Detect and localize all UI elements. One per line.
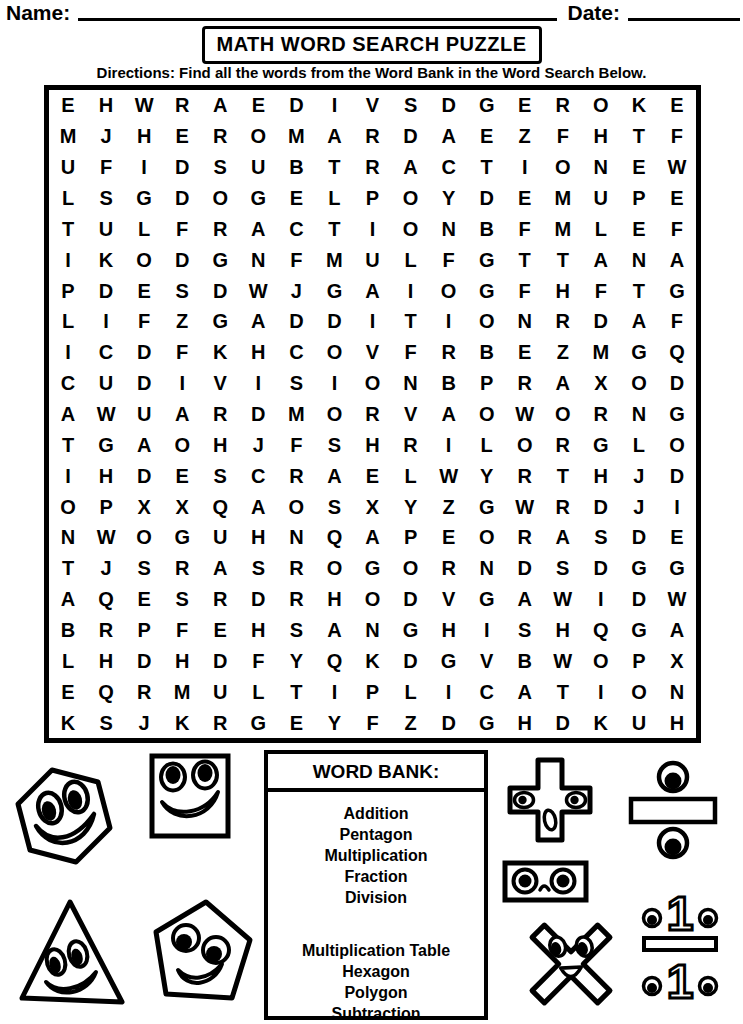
grid-cell-r3c1[interactable]: U bbox=[49, 152, 87, 183]
grid-cell-r1c4[interactable]: R bbox=[163, 90, 201, 121]
grid-cell-r1c13[interactable]: E bbox=[506, 90, 544, 121]
grid-cell-r16c13[interactable]: D bbox=[506, 553, 544, 584]
grid-cell-r12c7[interactable]: F bbox=[277, 429, 315, 460]
grid-cell-r9c1[interactable]: I bbox=[49, 337, 87, 368]
grid-cell-r7c13[interactable]: F bbox=[506, 275, 544, 306]
grid-cell-r15c17[interactable]: E bbox=[658, 522, 696, 553]
grid-cell-r11c17[interactable]: G bbox=[658, 399, 696, 430]
grid-cell-r3c7[interactable]: B bbox=[277, 152, 315, 183]
grid-cell-r18c3[interactable]: P bbox=[125, 615, 163, 646]
grid-cell-r20c7[interactable]: T bbox=[277, 676, 315, 707]
grid-cell-r11c15[interactable]: R bbox=[582, 399, 620, 430]
grid-cell-r6c15[interactable]: A bbox=[582, 244, 620, 275]
grid-cell-r21c13[interactable]: H bbox=[506, 707, 544, 738]
grid-cell-r9c9[interactable]: V bbox=[353, 337, 391, 368]
grid-cell-r11c4[interactable]: A bbox=[163, 399, 201, 430]
grid-cell-r1c14[interactable]: R bbox=[544, 90, 582, 121]
grid-cell-r19c9[interactable]: K bbox=[353, 645, 391, 676]
grid-cell-r17c1[interactable]: A bbox=[49, 584, 87, 615]
grid-cell-r17c6[interactable]: D bbox=[239, 584, 277, 615]
grid-cell-r10c14[interactable]: A bbox=[544, 368, 582, 399]
grid-cell-r2c9[interactable]: R bbox=[353, 121, 391, 152]
grid-cell-r19c8[interactable]: Q bbox=[315, 645, 353, 676]
grid-cell-r11c13[interactable]: W bbox=[506, 399, 544, 430]
grid-cell-r13c2[interactable]: H bbox=[87, 460, 125, 491]
grid-cell-r2c4[interactable]: E bbox=[163, 121, 201, 152]
grid-cell-r1c8[interactable]: I bbox=[315, 90, 353, 121]
grid-cell-r14c2[interactable]: P bbox=[87, 491, 125, 522]
grid-cell-r7c5[interactable]: D bbox=[201, 275, 239, 306]
grid-cell-r5c16[interactable]: E bbox=[620, 213, 658, 244]
grid-cell-r7c15[interactable]: F bbox=[582, 275, 620, 306]
grid-cell-r11c1[interactable]: A bbox=[49, 399, 87, 430]
grid-cell-r4c10[interactable]: O bbox=[392, 183, 430, 214]
grid-cell-r6c17[interactable]: A bbox=[658, 244, 696, 275]
grid-cell-r9c8[interactable]: O bbox=[315, 337, 353, 368]
grid-cell-r19c4[interactable]: H bbox=[163, 645, 201, 676]
grid-cell-r11c2[interactable]: W bbox=[87, 399, 125, 430]
grid-cell-r16c16[interactable]: G bbox=[620, 553, 658, 584]
grid-cell-r8c15[interactable]: D bbox=[582, 306, 620, 337]
grid-cell-r6c9[interactable]: U bbox=[353, 244, 391, 275]
grid-cell-r4c13[interactable]: E bbox=[506, 183, 544, 214]
grid-cell-r18c16[interactable]: G bbox=[620, 615, 658, 646]
grid-cell-r15c13[interactable]: R bbox=[506, 522, 544, 553]
grid-cell-r13c5[interactable]: S bbox=[201, 460, 239, 491]
grid-cell-r21c1[interactable]: K bbox=[49, 707, 87, 738]
grid-cell-r18c1[interactable]: B bbox=[49, 615, 87, 646]
grid-cell-r9c3[interactable]: D bbox=[125, 337, 163, 368]
grid-cell-r2c17[interactable]: F bbox=[658, 121, 696, 152]
grid-cell-r14c14[interactable]: R bbox=[544, 491, 582, 522]
grid-cell-r14c9[interactable]: X bbox=[353, 491, 391, 522]
grid-cell-r13c11[interactable]: W bbox=[430, 460, 468, 491]
grid-cell-r12c1[interactable]: T bbox=[49, 429, 87, 460]
grid-cell-r18c7[interactable]: S bbox=[277, 615, 315, 646]
grid-cell-r17c16[interactable]: D bbox=[620, 584, 658, 615]
grid-cell-r4c17[interactable]: E bbox=[658, 183, 696, 214]
grid-cell-r1c2[interactable]: H bbox=[87, 90, 125, 121]
grid-cell-r5c13[interactable]: F bbox=[506, 213, 544, 244]
grid-cell-r17c5[interactable]: R bbox=[201, 584, 239, 615]
grid-cell-r21c14[interactable]: D bbox=[544, 707, 582, 738]
grid-cell-r9c14[interactable]: Z bbox=[544, 337, 582, 368]
grid-cell-r20c13[interactable]: A bbox=[506, 676, 544, 707]
grid-cell-r8c8[interactable]: D bbox=[315, 306, 353, 337]
grid-cell-r14c5[interactable]: Q bbox=[201, 491, 239, 522]
grid-cell-r13c4[interactable]: E bbox=[163, 460, 201, 491]
grid-cell-r9c2[interactable]: C bbox=[87, 337, 125, 368]
grid-cell-r21c11[interactable]: D bbox=[430, 707, 468, 738]
grid-cell-r10c4[interactable]: I bbox=[163, 368, 201, 399]
grid-cell-r3c10[interactable]: A bbox=[392, 152, 430, 183]
grid-cell-r5c12[interactable]: B bbox=[468, 213, 506, 244]
grid-cell-r15c16[interactable]: D bbox=[620, 522, 658, 553]
grid-cell-r13c7[interactable]: R bbox=[277, 460, 315, 491]
grid-cell-r16c4[interactable]: R bbox=[163, 553, 201, 584]
grid-cell-r6c14[interactable]: T bbox=[544, 244, 582, 275]
grid-cell-r20c2[interactable]: Q bbox=[87, 676, 125, 707]
grid-cell-r9c17[interactable]: Q bbox=[658, 337, 696, 368]
grid-cell-r2c13[interactable]: Z bbox=[506, 121, 544, 152]
grid-cell-r20c16[interactable]: O bbox=[620, 676, 658, 707]
grid-cell-r4c11[interactable]: Y bbox=[430, 183, 468, 214]
grid-cell-r19c10[interactable]: D bbox=[392, 645, 430, 676]
grid-cell-r13c15[interactable]: H bbox=[582, 460, 620, 491]
grid-cell-r19c13[interactable]: B bbox=[506, 645, 544, 676]
grid-cell-r21c10[interactable]: Z bbox=[392, 707, 430, 738]
grid-cell-r7c6[interactable]: W bbox=[239, 275, 277, 306]
grid-cell-r11c8[interactable]: O bbox=[315, 399, 353, 430]
grid-cell-r5c9[interactable]: I bbox=[353, 213, 391, 244]
grid-cell-r20c10[interactable]: L bbox=[392, 676, 430, 707]
grid-cell-r5c1[interactable]: T bbox=[49, 213, 87, 244]
grid-cell-r19c7[interactable]: Y bbox=[277, 645, 315, 676]
grid-cell-r15c1[interactable]: N bbox=[49, 522, 87, 553]
grid-cell-r15c6[interactable]: H bbox=[239, 522, 277, 553]
grid-cell-r18c13[interactable]: S bbox=[506, 615, 544, 646]
grid-cell-r4c12[interactable]: D bbox=[468, 183, 506, 214]
grid-cell-r15c12[interactable]: O bbox=[468, 522, 506, 553]
grid-cell-r16c7[interactable]: R bbox=[277, 553, 315, 584]
grid-cell-r1c1[interactable]: E bbox=[49, 90, 87, 121]
grid-cell-r17c12[interactable]: G bbox=[468, 584, 506, 615]
grid-cell-r5c8[interactable]: T bbox=[315, 213, 353, 244]
grid-cell-r5c2[interactable]: U bbox=[87, 213, 125, 244]
grid-cell-r18c4[interactable]: F bbox=[163, 615, 201, 646]
grid-cell-r8c5[interactable]: G bbox=[201, 306, 239, 337]
grid-cell-r4c9[interactable]: P bbox=[353, 183, 391, 214]
grid-cell-r20c12[interactable]: C bbox=[468, 676, 506, 707]
grid-cell-r17c11[interactable]: V bbox=[430, 584, 468, 615]
grid-cell-r10c3[interactable]: D bbox=[125, 368, 163, 399]
grid-cell-r19c2[interactable]: H bbox=[87, 645, 125, 676]
grid-cell-r1c3[interactable]: W bbox=[125, 90, 163, 121]
grid-cell-r13c10[interactable]: L bbox=[392, 460, 430, 491]
grid-cell-r12c4[interactable]: O bbox=[163, 429, 201, 460]
grid-cell-r12c11[interactable]: I bbox=[430, 429, 468, 460]
grid-cell-r3c2[interactable]: F bbox=[87, 152, 125, 183]
grid-cell-r8c3[interactable]: F bbox=[125, 306, 163, 337]
grid-cell-r19c1[interactable]: L bbox=[49, 645, 87, 676]
grid-cell-r4c16[interactable]: P bbox=[620, 183, 658, 214]
grid-cell-r14c10[interactable]: Y bbox=[392, 491, 430, 522]
grid-cell-r5c5[interactable]: R bbox=[201, 213, 239, 244]
grid-cell-r7c17[interactable]: G bbox=[658, 275, 696, 306]
grid-cell-r5c3[interactable]: L bbox=[125, 213, 163, 244]
grid-cell-r1c7[interactable]: D bbox=[277, 90, 315, 121]
grid-cell-r2c2[interactable]: J bbox=[87, 121, 125, 152]
grid-cell-r5c14[interactable]: M bbox=[544, 213, 582, 244]
grid-cell-r8c17[interactable]: F bbox=[658, 306, 696, 337]
grid-cell-r12c15[interactable]: G bbox=[582, 429, 620, 460]
grid-cell-r8c7[interactable]: D bbox=[277, 306, 315, 337]
grid-cell-r16c9[interactable]: G bbox=[353, 553, 391, 584]
grid-cell-r18c5[interactable]: E bbox=[201, 615, 239, 646]
grid-cell-r14c11[interactable]: Z bbox=[430, 491, 468, 522]
grid-cell-r2c16[interactable]: T bbox=[620, 121, 658, 152]
grid-cell-r15c10[interactable]: P bbox=[392, 522, 430, 553]
grid-cell-r4c1[interactable]: L bbox=[49, 183, 87, 214]
grid-cell-r20c15[interactable]: I bbox=[582, 676, 620, 707]
grid-cell-r12c3[interactable]: A bbox=[125, 429, 163, 460]
grid-cell-r14c17[interactable]: I bbox=[658, 491, 696, 522]
grid-cell-r18c15[interactable]: Q bbox=[582, 615, 620, 646]
grid-cell-r11c14[interactable]: O bbox=[544, 399, 582, 430]
grid-cell-r21c7[interactable]: E bbox=[277, 707, 315, 738]
grid-cell-r14c8[interactable]: S bbox=[315, 491, 353, 522]
grid-cell-r10c1[interactable]: C bbox=[49, 368, 87, 399]
grid-cell-r18c6[interactable]: H bbox=[239, 615, 277, 646]
grid-cell-r17c17[interactable]: W bbox=[658, 584, 696, 615]
grid-cell-r2c15[interactable]: H bbox=[582, 121, 620, 152]
grid-cell-r19c5[interactable]: D bbox=[201, 645, 239, 676]
grid-cell-r20c6[interactable]: L bbox=[239, 676, 277, 707]
grid-cell-r21c17[interactable]: H bbox=[658, 707, 696, 738]
grid-cell-r15c4[interactable]: G bbox=[163, 522, 201, 553]
grid-cell-r9c5[interactable]: K bbox=[201, 337, 239, 368]
grid-cell-r1c11[interactable]: D bbox=[430, 90, 468, 121]
grid-cell-r20c11[interactable]: I bbox=[430, 676, 468, 707]
grid-cell-r16c11[interactable]: R bbox=[430, 553, 468, 584]
grid-cell-r8c13[interactable]: N bbox=[506, 306, 544, 337]
grid-cell-r21c4[interactable]: K bbox=[163, 707, 201, 738]
grid-cell-r4c3[interactable]: G bbox=[125, 183, 163, 214]
grid-cell-r8c9[interactable]: I bbox=[353, 306, 391, 337]
grid-cell-r19c3[interactable]: D bbox=[125, 645, 163, 676]
grid-cell-r3c4[interactable]: D bbox=[163, 152, 201, 183]
grid-cell-r5c17[interactable]: F bbox=[658, 213, 696, 244]
grid-cell-r17c7[interactable]: R bbox=[277, 584, 315, 615]
grid-cell-r3c12[interactable]: T bbox=[468, 152, 506, 183]
grid-cell-r7c12[interactable]: G bbox=[468, 275, 506, 306]
grid-cell-r10c7[interactable]: S bbox=[277, 368, 315, 399]
grid-cell-r10c12[interactable]: P bbox=[468, 368, 506, 399]
grid-cell-r5c4[interactable]: F bbox=[163, 213, 201, 244]
grid-cell-r12c6[interactable]: J bbox=[239, 429, 277, 460]
grid-cell-r14c1[interactable]: O bbox=[49, 491, 87, 522]
grid-cell-r4c4[interactable]: D bbox=[163, 183, 201, 214]
grid-cell-r6c12[interactable]: G bbox=[468, 244, 506, 275]
grid-cell-r1c15[interactable]: O bbox=[582, 90, 620, 121]
grid-cell-r8c10[interactable]: T bbox=[392, 306, 430, 337]
grid-cell-r14c16[interactable]: J bbox=[620, 491, 658, 522]
grid-cell-r3c5[interactable]: S bbox=[201, 152, 239, 183]
grid-cell-r7c3[interactable]: E bbox=[125, 275, 163, 306]
grid-cell-r21c12[interactable]: G bbox=[468, 707, 506, 738]
grid-cell-r13c6[interactable]: C bbox=[239, 460, 277, 491]
grid-cell-r13c1[interactable]: I bbox=[49, 460, 87, 491]
grid-cell-r9c4[interactable]: F bbox=[163, 337, 201, 368]
grid-cell-r2c6[interactable]: O bbox=[239, 121, 277, 152]
grid-cell-r17c2[interactable]: Q bbox=[87, 584, 125, 615]
grid-cell-r12c2[interactable]: G bbox=[87, 429, 125, 460]
grid-cell-r10c9[interactable]: O bbox=[353, 368, 391, 399]
grid-cell-r12c16[interactable]: L bbox=[620, 429, 658, 460]
grid-cell-r16c10[interactable]: O bbox=[392, 553, 430, 584]
grid-cell-r20c17[interactable]: N bbox=[658, 676, 696, 707]
grid-cell-r19c16[interactable]: P bbox=[620, 645, 658, 676]
grid-cell-r21c5[interactable]: R bbox=[201, 707, 239, 738]
grid-cell-r14c7[interactable]: O bbox=[277, 491, 315, 522]
grid-cell-r2c11[interactable]: A bbox=[430, 121, 468, 152]
grid-cell-r11c5[interactable]: R bbox=[201, 399, 239, 430]
grid-cell-r4c8[interactable]: L bbox=[315, 183, 353, 214]
grid-cell-r12c12[interactable]: L bbox=[468, 429, 506, 460]
grid-cell-r6c5[interactable]: G bbox=[201, 244, 239, 275]
grid-cell-r10c2[interactable]: U bbox=[87, 368, 125, 399]
grid-cell-r19c12[interactable]: V bbox=[468, 645, 506, 676]
grid-cell-r10c5[interactable]: V bbox=[201, 368, 239, 399]
grid-cell-r5c15[interactable]: L bbox=[582, 213, 620, 244]
grid-cell-r10c10[interactable]: N bbox=[392, 368, 430, 399]
grid-cell-r3c8[interactable]: T bbox=[315, 152, 353, 183]
grid-cell-r6c6[interactable]: N bbox=[239, 244, 277, 275]
grid-cell-r12c14[interactable]: R bbox=[544, 429, 582, 460]
grid-cell-r6c11[interactable]: F bbox=[430, 244, 468, 275]
grid-cell-r11c7[interactable]: M bbox=[277, 399, 315, 430]
grid-cell-r11c9[interactable]: R bbox=[353, 399, 391, 430]
grid-cell-r13c9[interactable]: E bbox=[353, 460, 391, 491]
grid-cell-r14c15[interactable]: D bbox=[582, 491, 620, 522]
grid-cell-r7c8[interactable]: G bbox=[315, 275, 353, 306]
grid-cell-r16c1[interactable]: T bbox=[49, 553, 87, 584]
grid-cell-r14c6[interactable]: A bbox=[239, 491, 277, 522]
grid-cell-r13c14[interactable]: T bbox=[544, 460, 582, 491]
grid-cell-r19c11[interactable]: G bbox=[430, 645, 468, 676]
grid-cell-r3c6[interactable]: U bbox=[239, 152, 277, 183]
grid-cell-r6c8[interactable]: M bbox=[315, 244, 353, 275]
grid-cell-r4c7[interactable]: E bbox=[277, 183, 315, 214]
grid-cell-r4c15[interactable]: U bbox=[582, 183, 620, 214]
grid-cell-r18c8[interactable]: A bbox=[315, 615, 353, 646]
grid-cell-r2c3[interactable]: H bbox=[125, 121, 163, 152]
grid-cell-r8c11[interactable]: I bbox=[430, 306, 468, 337]
grid-cell-r6c3[interactable]: O bbox=[125, 244, 163, 275]
grid-cell-r4c2[interactable]: S bbox=[87, 183, 125, 214]
grid-cell-r16c8[interactable]: O bbox=[315, 553, 353, 584]
grid-cell-r2c12[interactable]: E bbox=[468, 121, 506, 152]
grid-cell-r13c16[interactable]: J bbox=[620, 460, 658, 491]
grid-cell-r8c16[interactable]: A bbox=[620, 306, 658, 337]
grid-cell-r15c14[interactable]: A bbox=[544, 522, 582, 553]
grid-cell-r9c7[interactable]: C bbox=[277, 337, 315, 368]
grid-cell-r3c11[interactable]: C bbox=[430, 152, 468, 183]
grid-cell-r20c9[interactable]: P bbox=[353, 676, 391, 707]
grid-cell-r13c12[interactable]: Y bbox=[468, 460, 506, 491]
grid-cell-r5c10[interactable]: O bbox=[392, 213, 430, 244]
grid-cell-r18c14[interactable]: H bbox=[544, 615, 582, 646]
grid-cell-r9c10[interactable]: F bbox=[392, 337, 430, 368]
grid-cell-r16c6[interactable]: S bbox=[239, 553, 277, 584]
grid-cell-r21c2[interactable]: S bbox=[87, 707, 125, 738]
grid-cell-r18c11[interactable]: H bbox=[430, 615, 468, 646]
grid-cell-r18c12[interactable]: I bbox=[468, 615, 506, 646]
grid-cell-r19c14[interactable]: W bbox=[544, 645, 582, 676]
grid-cell-r2c7[interactable]: M bbox=[277, 121, 315, 152]
grid-cell-r12c17[interactable]: O bbox=[658, 429, 696, 460]
grid-cell-r13c17[interactable]: D bbox=[658, 460, 696, 491]
grid-cell-r21c6[interactable]: G bbox=[239, 707, 277, 738]
grid-cell-r2c14[interactable]: F bbox=[544, 121, 582, 152]
name-input-line[interactable] bbox=[78, 5, 557, 21]
grid-cell-r14c3[interactable]: X bbox=[125, 491, 163, 522]
grid-cell-r3c17[interactable]: W bbox=[658, 152, 696, 183]
grid-cell-r7c10[interactable]: I bbox=[392, 275, 430, 306]
grid-cell-r15c11[interactable]: E bbox=[430, 522, 468, 553]
grid-cell-r11c10[interactable]: V bbox=[392, 399, 430, 430]
grid-cell-r9c12[interactable]: B bbox=[468, 337, 506, 368]
grid-cell-r13c8[interactable]: A bbox=[315, 460, 353, 491]
grid-cell-r7c1[interactable]: P bbox=[49, 275, 87, 306]
grid-cell-r6c4[interactable]: D bbox=[163, 244, 201, 275]
grid-cell-r1c10[interactable]: S bbox=[392, 90, 430, 121]
grid-cell-r8c4[interactable]: Z bbox=[163, 306, 201, 337]
grid-cell-r11c3[interactable]: U bbox=[125, 399, 163, 430]
grid-cell-r1c9[interactable]: V bbox=[353, 90, 391, 121]
grid-cell-r18c2[interactable]: R bbox=[87, 615, 125, 646]
grid-cell-r18c9[interactable]: N bbox=[353, 615, 391, 646]
grid-cell-r10c8[interactable]: I bbox=[315, 368, 353, 399]
grid-cell-r17c15[interactable]: I bbox=[582, 584, 620, 615]
grid-cell-r3c14[interactable]: O bbox=[544, 152, 582, 183]
grid-cell-r17c10[interactable]: D bbox=[392, 584, 430, 615]
grid-cell-r11c6[interactable]: D bbox=[239, 399, 277, 430]
grid-cell-r4c6[interactable]: G bbox=[239, 183, 277, 214]
grid-cell-r12c13[interactable]: O bbox=[506, 429, 544, 460]
grid-cell-r2c1[interactable]: M bbox=[49, 121, 87, 152]
grid-cell-r4c5[interactable]: O bbox=[201, 183, 239, 214]
grid-cell-r8c6[interactable]: A bbox=[239, 306, 277, 337]
grid-cell-r21c16[interactable]: U bbox=[620, 707, 658, 738]
grid-cell-r12c8[interactable]: S bbox=[315, 429, 353, 460]
grid-cell-r8c14[interactable]: R bbox=[544, 306, 582, 337]
grid-cell-r6c10[interactable]: L bbox=[392, 244, 430, 275]
grid-cell-r15c9[interactable]: A bbox=[353, 522, 391, 553]
date-input-line[interactable] bbox=[628, 5, 740, 21]
grid-cell-r7c2[interactable]: D bbox=[87, 275, 125, 306]
grid-cell-r6c7[interactable]: F bbox=[277, 244, 315, 275]
grid-cell-r19c6[interactable]: F bbox=[239, 645, 277, 676]
grid-cell-r17c13[interactable]: A bbox=[506, 584, 544, 615]
grid-cell-r17c9[interactable]: O bbox=[353, 584, 391, 615]
grid-cell-r20c14[interactable]: T bbox=[544, 676, 582, 707]
grid-cell-r2c10[interactable]: D bbox=[392, 121, 430, 152]
grid-cell-r14c4[interactable]: X bbox=[163, 491, 201, 522]
grid-cell-r16c17[interactable]: G bbox=[658, 553, 696, 584]
grid-cell-r20c3[interactable]: R bbox=[125, 676, 163, 707]
grid-cell-r9c16[interactable]: G bbox=[620, 337, 658, 368]
grid-cell-r10c17[interactable]: D bbox=[658, 368, 696, 399]
grid-cell-r2c8[interactable]: A bbox=[315, 121, 353, 152]
grid-cell-r1c5[interactable]: A bbox=[201, 90, 239, 121]
grid-cell-r16c12[interactable]: N bbox=[468, 553, 506, 584]
grid-cell-r10c6[interactable]: I bbox=[239, 368, 277, 399]
grid-cell-r8c1[interactable]: L bbox=[49, 306, 87, 337]
grid-cell-r10c15[interactable]: X bbox=[582, 368, 620, 399]
grid-cell-r3c9[interactable]: R bbox=[353, 152, 391, 183]
grid-cell-r8c2[interactable]: I bbox=[87, 306, 125, 337]
grid-cell-r15c2[interactable]: W bbox=[87, 522, 125, 553]
grid-cell-r20c5[interactable]: U bbox=[201, 676, 239, 707]
grid-cell-r11c12[interactable]: O bbox=[468, 399, 506, 430]
grid-cell-r15c8[interactable]: Q bbox=[315, 522, 353, 553]
grid-cell-r12c5[interactable]: H bbox=[201, 429, 239, 460]
grid-cell-r16c3[interactable]: S bbox=[125, 553, 163, 584]
grid-cell-r14c13[interactable]: W bbox=[506, 491, 544, 522]
grid-cell-r21c8[interactable]: Y bbox=[315, 707, 353, 738]
grid-cell-r16c2[interactable]: J bbox=[87, 553, 125, 584]
